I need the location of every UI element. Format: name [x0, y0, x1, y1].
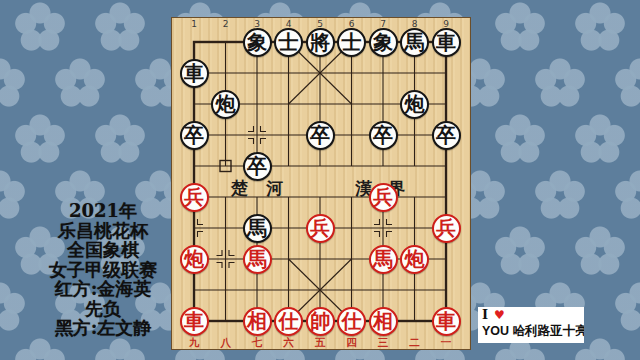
- piece-black-general: 將: [306, 28, 335, 57]
- piece-black-elephant: 象: [243, 28, 272, 57]
- file-label-bottom: 八: [220, 336, 231, 350]
- piece-red-elephant: 相: [243, 307, 272, 336]
- piece-black-horse: 馬: [400, 28, 429, 57]
- file-labels-bottom: 九八七六五四三二一: [178, 336, 462, 350]
- piece-red-chariot: 車: [432, 307, 461, 336]
- heart-icon: ♥: [494, 308, 505, 322]
- piece-black-soldier: 卒: [369, 121, 398, 150]
- piece-red-soldier: 兵: [432, 214, 461, 243]
- piece-red-horse: 馬: [369, 245, 398, 274]
- piece-red-advisor: 仕: [337, 307, 366, 336]
- file-label-bottom: 一: [441, 336, 452, 350]
- piece-black-cannon: 炮: [211, 90, 240, 119]
- watermark-line1: I♥: [482, 308, 584, 323]
- video-frame: 2021年 乐昌桃花杯 全国象棋 女子甲级联赛 红方:金海英 先负 黑方:左文静…: [0, 0, 640, 360]
- piece-red-soldier: 兵: [180, 183, 209, 212]
- file-label-bottom: 二: [409, 336, 420, 350]
- piece-red-general: 帥: [306, 307, 335, 336]
- file-label-bottom: 四: [346, 336, 357, 350]
- piece-black-horse: 馬: [243, 214, 272, 243]
- file-label-bottom: 六: [283, 336, 294, 350]
- piece-red-advisor: 仕: [274, 307, 303, 336]
- file-label-bottom: 七: [252, 336, 263, 350]
- piece-black-soldier: 卒: [432, 121, 461, 150]
- piece-black-advisor: 士: [337, 28, 366, 57]
- piece-red-soldier: 兵: [369, 183, 398, 212]
- piece-black-advisor: 士: [274, 28, 303, 57]
- file-label-bottom: 五: [315, 336, 326, 350]
- watermark: I♥ YOU 哈利路亚十亮: [478, 307, 584, 343]
- piece-black-chariot: 車: [180, 59, 209, 88]
- piece-black-elephant: 象: [369, 28, 398, 57]
- xiangqi-board: 123456789 楚 河 漢 界 象士將士象馬車車炮炮卒卒卒卒卒馬兵兵兵兵炮馬…: [171, 17, 471, 350]
- file-label-bottom: 三: [378, 336, 389, 350]
- piece-red-horse: 馬: [243, 245, 272, 274]
- piece-red-chariot: 車: [180, 307, 209, 336]
- piece-black-soldier: 卒: [306, 121, 335, 150]
- piece-black-cannon: 炮: [400, 90, 429, 119]
- file-label-bottom: 九: [189, 336, 200, 350]
- piece-red-elephant: 相: [369, 307, 398, 336]
- pieces-layer: 象士將士象馬車車炮炮卒卒卒卒卒馬兵兵兵兵炮馬馬炮車相仕帥仕相車: [178, 27, 462, 337]
- piece-red-cannon: 炮: [180, 245, 209, 274]
- piece-black-soldier: 卒: [243, 152, 272, 181]
- piece-black-soldier: 卒: [180, 121, 209, 150]
- piece-black-chariot: 車: [432, 28, 461, 57]
- piece-red-cannon: 炮: [400, 245, 429, 274]
- piece-red-soldier: 兵: [306, 214, 335, 243]
- watermark-line2: YOU 哈利路亚十亮: [482, 323, 584, 339]
- watermark-i-text: I: [482, 307, 488, 322]
